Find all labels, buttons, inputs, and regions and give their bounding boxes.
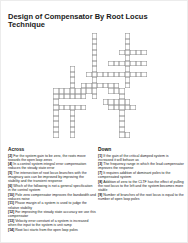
clue-text: For improving the steady state accuracy … <box>8 210 96 218</box>
clue-item: [6] Which of the following is not a gene… <box>8 184 96 192</box>
clue-item: [5] The intersection of root locus branc… <box>8 171 96 183</box>
clue-item: [13] Velocity error constant of a system… <box>8 219 96 227</box>
down-section: Down [1] If the gain of the critical dam… <box>98 147 184 233</box>
clue-text: Velocity error constant of a system is i… <box>8 219 88 227</box>
clue-item: [4] In a control system integral error c… <box>8 162 96 170</box>
clue-item: [10] Pole zero compensator improves the … <box>8 193 96 201</box>
clue-text: Pole zero compensator improves the bandw… <box>8 193 96 201</box>
across-section: Across [2] For the system gain to be zer… <box>8 147 96 233</box>
clue-item: [9] Number of branches of the root locus… <box>98 193 184 201</box>
clue-item: [12] For improving the steady state accu… <box>8 210 96 218</box>
clue-text: Phase margin of a system is used to judg… <box>8 201 87 209</box>
clue-text: It requires addition of dominant poles t… <box>98 171 170 179</box>
clue-text: If the gain of the critical damped syste… <box>98 154 168 162</box>
across-clue-list: [2] For the system gain to be zero, the … <box>8 154 96 232</box>
clue-lists: Across [2] For the system gain to be zer… <box>8 147 184 233</box>
clue-text: Addition of zero to the CLTF has the eff… <box>98 180 184 192</box>
clue-item: [1] If the gain of the critical damped s… <box>98 154 184 162</box>
crossword-grid <box>53 33 147 138</box>
grid-blank <box>141 132 147 138</box>
clue-text: Root loci starts from the open loop pole… <box>15 228 78 232</box>
clue-text: In a control system integral error compe… <box>8 162 86 170</box>
down-clue-list: [1] If the gain of the critical damped s… <box>98 154 184 201</box>
clue-text: The frequency range in which the lead co… <box>98 162 184 170</box>
clue-item: [11] Phase margin of a system is used to… <box>8 201 96 209</box>
puzzle-title: Design of Compensator By Root Locus Tech… <box>8 13 184 29</box>
clue-text: The intersection of root locus branches … <box>8 171 87 183</box>
clue-item: [14] Root loci starts from the open loop… <box>8 228 96 232</box>
clue-item: [3] The frequency range in which the lea… <box>98 162 184 170</box>
puzzle-page: Design of Compensator By Root Locus Tech… <box>0 0 188 243</box>
clue-item: [7] It requires addition of dominant pol… <box>98 171 184 179</box>
clue-text: Number of branches of the root locus is … <box>98 193 184 201</box>
clue-text: For the system gain to be zero, the root… <box>8 154 86 162</box>
clue-item: [8] Addition of zero to the CLTF has the… <box>98 180 184 192</box>
across-header: Across <box>8 147 96 152</box>
down-header: Down <box>98 147 184 152</box>
clue-text: Which of the following is not a general … <box>8 184 92 192</box>
clue-item: [2] For the system gain to be zero, the … <box>8 154 96 162</box>
